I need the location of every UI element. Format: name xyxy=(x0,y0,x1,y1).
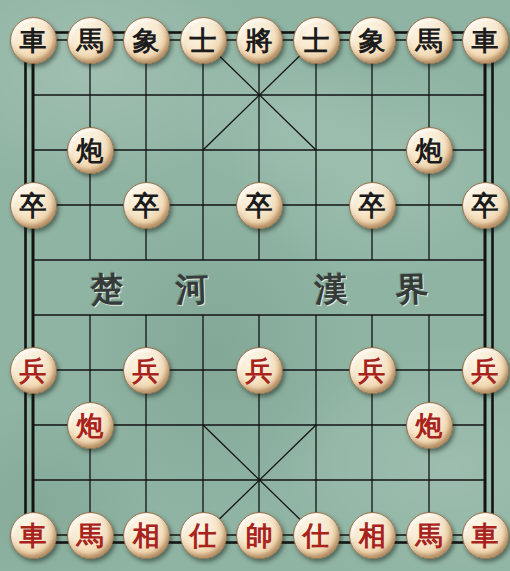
black-soldier[interactable]: 卒 xyxy=(10,182,57,229)
red-elephant[interactable]: 相 xyxy=(123,512,170,559)
river-label-he: 河 xyxy=(175,272,209,306)
black-soldier[interactable]: 卒 xyxy=(123,182,170,229)
black-soldier[interactable]: 卒 xyxy=(349,182,396,229)
river-label-han: 漢 xyxy=(314,272,348,306)
black-chariot[interactable]: 車 xyxy=(462,17,509,64)
red-chariot[interactable]: 車 xyxy=(10,512,57,559)
river-label-chu: 楚 xyxy=(90,272,124,306)
red-advisor[interactable]: 仕 xyxy=(293,512,340,559)
red-soldier[interactable]: 兵 xyxy=(349,347,396,394)
red-soldier[interactable]: 兵 xyxy=(462,347,509,394)
black-general[interactable]: 將 xyxy=(236,17,283,64)
black-chariot[interactable]: 車 xyxy=(10,17,57,64)
black-elephant[interactable]: 象 xyxy=(349,17,396,64)
black-soldier[interactable]: 卒 xyxy=(462,182,509,229)
black-cannon[interactable]: 炮 xyxy=(67,127,114,174)
red-cannon[interactable]: 炮 xyxy=(406,402,453,449)
red-chariot[interactable]: 車 xyxy=(462,512,509,559)
red-soldier[interactable]: 兵 xyxy=(236,347,283,394)
red-elephant[interactable]: 相 xyxy=(349,512,396,559)
red-general[interactable]: 帥 xyxy=(236,512,283,559)
black-horse[interactable]: 馬 xyxy=(67,17,114,64)
red-soldier[interactable]: 兵 xyxy=(10,347,57,394)
red-soldier[interactable]: 兵 xyxy=(123,347,170,394)
black-horse[interactable]: 馬 xyxy=(406,17,453,64)
river-label-jie: 界 xyxy=(395,272,429,306)
black-soldier[interactable]: 卒 xyxy=(236,182,283,229)
red-advisor[interactable]: 仕 xyxy=(180,512,227,559)
board-grid-lines xyxy=(0,0,510,571)
xiangqi-board[interactable]: 楚 河 漢 界 車馬象士將士象馬車炮炮卒卒卒卒卒兵兵兵兵兵炮炮車馬相仕帥仕相馬車 xyxy=(0,0,510,571)
red-cannon[interactable]: 炮 xyxy=(67,402,114,449)
black-advisor[interactable]: 士 xyxy=(293,17,340,64)
black-advisor[interactable]: 士 xyxy=(180,17,227,64)
red-horse[interactable]: 馬 xyxy=(406,512,453,559)
black-cannon[interactable]: 炮 xyxy=(406,127,453,174)
black-elephant[interactable]: 象 xyxy=(123,17,170,64)
red-horse[interactable]: 馬 xyxy=(67,512,114,559)
